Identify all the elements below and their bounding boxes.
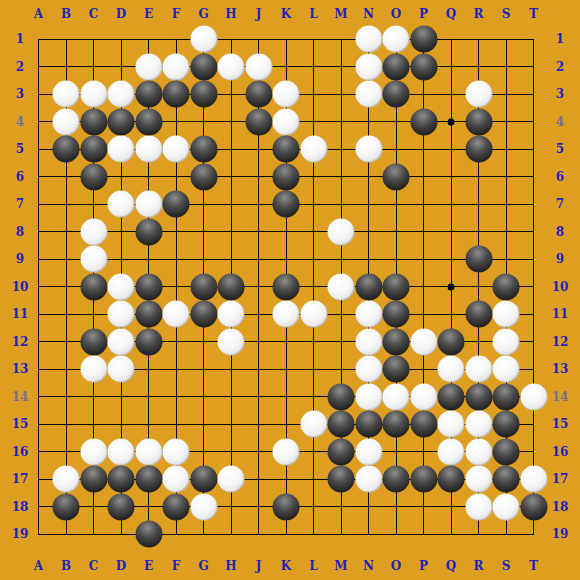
board-point-l16[interactable] [300, 438, 328, 466]
board-point-j17[interactable] [245, 465, 273, 493]
board-point-q19[interactable] [437, 520, 465, 548]
board-point-a19[interactable] [25, 520, 53, 548]
board-point-n6[interactable] [355, 163, 383, 191]
board-point-g6[interactable] [190, 163, 218, 191]
board-point-k15[interactable] [272, 410, 300, 438]
board-point-k16[interactable] [272, 438, 300, 466]
board-point-j11[interactable] [245, 300, 273, 328]
board-point-e2[interactable] [135, 53, 163, 81]
board-point-t9[interactable] [520, 245, 548, 273]
board-point-h9[interactable] [217, 245, 245, 273]
board-point-s7[interactable] [492, 190, 520, 218]
board-point-m1[interactable] [327, 25, 355, 53]
board-point-m2[interactable] [327, 53, 355, 81]
board-point-a12[interactable] [25, 328, 53, 356]
board-point-g11[interactable] [190, 300, 218, 328]
board-point-k3[interactable] [272, 80, 300, 108]
board-point-g18[interactable] [190, 493, 218, 521]
board-point-c7[interactable] [80, 190, 108, 218]
board-point-d14[interactable] [107, 383, 135, 411]
board-point-h7[interactable] [217, 190, 245, 218]
board-point-o6[interactable] [382, 163, 410, 191]
board-point-q8[interactable] [437, 218, 465, 246]
board-point-n19[interactable] [355, 520, 383, 548]
board-point-s13[interactable] [492, 355, 520, 383]
board-point-d1[interactable] [107, 25, 135, 53]
board-point-d6[interactable] [107, 163, 135, 191]
board-point-n1[interactable] [355, 25, 383, 53]
board-point-l4[interactable] [300, 108, 328, 136]
board-point-f2[interactable] [162, 53, 190, 81]
board-point-s1[interactable] [492, 25, 520, 53]
board-point-j2[interactable] [245, 53, 273, 81]
board-point-o3[interactable] [382, 80, 410, 108]
board-point-s19[interactable] [492, 520, 520, 548]
board-point-e9[interactable] [135, 245, 163, 273]
board-point-k14[interactable] [272, 383, 300, 411]
board-point-m19[interactable] [327, 520, 355, 548]
board-point-j3[interactable] [245, 80, 273, 108]
board-point-l7[interactable] [300, 190, 328, 218]
board-point-b6[interactable] [52, 163, 80, 191]
board-point-h17[interactable] [217, 465, 245, 493]
board-point-c11[interactable] [80, 300, 108, 328]
board-point-r4[interactable] [465, 108, 493, 136]
board-point-n14[interactable] [355, 383, 383, 411]
board-point-f16[interactable] [162, 438, 190, 466]
board-point-h3[interactable] [217, 80, 245, 108]
board-point-e6[interactable] [135, 163, 163, 191]
board-point-k11[interactable] [272, 300, 300, 328]
board-point-e1[interactable] [135, 25, 163, 53]
board-point-b19[interactable] [52, 520, 80, 548]
board-point-h1[interactable] [217, 25, 245, 53]
board-point-e3[interactable] [135, 80, 163, 108]
board-point-e13[interactable] [135, 355, 163, 383]
board-point-k13[interactable] [272, 355, 300, 383]
board-point-a8[interactable] [25, 218, 53, 246]
board-point-b13[interactable] [52, 355, 80, 383]
board-point-r10[interactable] [465, 273, 493, 301]
board-point-c18[interactable] [80, 493, 108, 521]
board-point-m10[interactable] [327, 273, 355, 301]
board-point-t15[interactable] [520, 410, 548, 438]
board-point-j1[interactable] [245, 25, 273, 53]
board-point-c9[interactable] [80, 245, 108, 273]
board-point-j19[interactable] [245, 520, 273, 548]
board-point-q18[interactable] [437, 493, 465, 521]
board-point-o2[interactable] [382, 53, 410, 81]
board-point-c14[interactable] [80, 383, 108, 411]
board-point-r1[interactable] [465, 25, 493, 53]
board-point-p18[interactable] [410, 493, 438, 521]
board-point-q10[interactable] [437, 273, 465, 301]
board-point-t19[interactable] [520, 520, 548, 548]
board-point-c1[interactable] [80, 25, 108, 53]
board-point-g4[interactable] [190, 108, 218, 136]
board-point-p17[interactable] [410, 465, 438, 493]
board-point-p7[interactable] [410, 190, 438, 218]
board-point-e14[interactable] [135, 383, 163, 411]
board-point-t4[interactable] [520, 108, 548, 136]
board-point-d11[interactable] [107, 300, 135, 328]
board-point-q9[interactable] [437, 245, 465, 273]
board-point-p11[interactable] [410, 300, 438, 328]
board-point-a13[interactable] [25, 355, 53, 383]
board-point-j8[interactable] [245, 218, 273, 246]
board-point-s14[interactable] [492, 383, 520, 411]
board-point-t13[interactable] [520, 355, 548, 383]
board-point-n15[interactable] [355, 410, 383, 438]
board-point-k7[interactable] [272, 190, 300, 218]
board-point-p16[interactable] [410, 438, 438, 466]
board-point-s18[interactable] [492, 493, 520, 521]
board-point-h18[interactable] [217, 493, 245, 521]
board-point-r17[interactable] [465, 465, 493, 493]
board-point-l17[interactable] [300, 465, 328, 493]
board-point-h14[interactable] [217, 383, 245, 411]
board-point-s3[interactable] [492, 80, 520, 108]
board-point-k17[interactable] [272, 465, 300, 493]
board-point-g15[interactable] [190, 410, 218, 438]
board-point-a1[interactable] [25, 25, 53, 53]
board-point-p3[interactable] [410, 80, 438, 108]
board-point-n2[interactable] [355, 53, 383, 81]
board-point-e11[interactable] [135, 300, 163, 328]
board-point-l10[interactable] [300, 273, 328, 301]
board-point-l18[interactable] [300, 493, 328, 521]
board-point-n4[interactable] [355, 108, 383, 136]
board-point-j6[interactable] [245, 163, 273, 191]
board-point-k8[interactable] [272, 218, 300, 246]
board-point-m9[interactable] [327, 245, 355, 273]
board-point-s2[interactable] [492, 53, 520, 81]
board-point-b7[interactable] [52, 190, 80, 218]
board-point-k10[interactable] [272, 273, 300, 301]
board-point-d8[interactable] [107, 218, 135, 246]
board-point-d16[interactable] [107, 438, 135, 466]
board-point-a7[interactable] [25, 190, 53, 218]
board-point-f17[interactable] [162, 465, 190, 493]
board-point-k9[interactable] [272, 245, 300, 273]
board-point-p8[interactable] [410, 218, 438, 246]
board-point-j7[interactable] [245, 190, 273, 218]
board-point-b4[interactable] [52, 108, 80, 136]
board-point-c17[interactable] [80, 465, 108, 493]
board-point-f3[interactable] [162, 80, 190, 108]
board-point-g2[interactable] [190, 53, 218, 81]
board-point-g1[interactable] [190, 25, 218, 53]
board-point-b15[interactable] [52, 410, 80, 438]
board-point-j15[interactable] [245, 410, 273, 438]
board-point-k19[interactable] [272, 520, 300, 548]
board-point-e17[interactable] [135, 465, 163, 493]
board-point-b12[interactable] [52, 328, 80, 356]
board-point-l15[interactable] [300, 410, 328, 438]
board-point-k18[interactable] [272, 493, 300, 521]
board-point-r6[interactable] [465, 163, 493, 191]
board-point-a4[interactable] [25, 108, 53, 136]
board-point-j18[interactable] [245, 493, 273, 521]
board-point-e19[interactable] [135, 520, 163, 548]
board-point-b9[interactable] [52, 245, 80, 273]
board-point-e18[interactable] [135, 493, 163, 521]
board-point-c13[interactable] [80, 355, 108, 383]
board-point-p10[interactable] [410, 273, 438, 301]
board-point-t18[interactable] [520, 493, 548, 521]
board-point-f8[interactable] [162, 218, 190, 246]
board-point-g14[interactable] [190, 383, 218, 411]
board-point-k6[interactable] [272, 163, 300, 191]
board-point-p6[interactable] [410, 163, 438, 191]
board-point-n11[interactable] [355, 300, 383, 328]
board-point-s10[interactable] [492, 273, 520, 301]
board-point-n16[interactable] [355, 438, 383, 466]
board-point-f5[interactable] [162, 135, 190, 163]
board-point-n5[interactable] [355, 135, 383, 163]
board-point-h2[interactable] [217, 53, 245, 81]
board-point-a2[interactable] [25, 53, 53, 81]
board-point-r16[interactable] [465, 438, 493, 466]
board-point-f7[interactable] [162, 190, 190, 218]
board-point-d3[interactable] [107, 80, 135, 108]
board-point-b8[interactable] [52, 218, 80, 246]
board-point-h13[interactable] [217, 355, 245, 383]
board-point-k5[interactable] [272, 135, 300, 163]
board-point-q12[interactable] [437, 328, 465, 356]
board-point-m4[interactable] [327, 108, 355, 136]
board-point-m17[interactable] [327, 465, 355, 493]
board-point-r11[interactable] [465, 300, 493, 328]
board-point-e7[interactable] [135, 190, 163, 218]
board-point-r19[interactable] [465, 520, 493, 548]
board-point-g5[interactable] [190, 135, 218, 163]
board-point-q3[interactable] [437, 80, 465, 108]
board-point-g16[interactable] [190, 438, 218, 466]
board-point-r5[interactable] [465, 135, 493, 163]
board-point-d17[interactable] [107, 465, 135, 493]
board-point-r12[interactable] [465, 328, 493, 356]
board-point-f10[interactable] [162, 273, 190, 301]
board-point-p12[interactable] [410, 328, 438, 356]
board-point-n3[interactable] [355, 80, 383, 108]
board-point-b10[interactable] [52, 273, 80, 301]
board-point-f4[interactable] [162, 108, 190, 136]
board-point-l1[interactable] [300, 25, 328, 53]
board-point-f11[interactable] [162, 300, 190, 328]
board-point-t10[interactable] [520, 273, 548, 301]
board-point-d2[interactable] [107, 53, 135, 81]
board-point-s9[interactable] [492, 245, 520, 273]
board-point-o9[interactable] [382, 245, 410, 273]
board-point-h11[interactable] [217, 300, 245, 328]
board-point-m16[interactable] [327, 438, 355, 466]
board-point-s12[interactable] [492, 328, 520, 356]
board-point-f9[interactable] [162, 245, 190, 273]
board-point-f19[interactable] [162, 520, 190, 548]
board-point-q13[interactable] [437, 355, 465, 383]
board-point-a18[interactable] [25, 493, 53, 521]
board-point-o8[interactable] [382, 218, 410, 246]
board-point-h4[interactable] [217, 108, 245, 136]
board-point-j16[interactable] [245, 438, 273, 466]
board-point-l8[interactable] [300, 218, 328, 246]
board-point-c6[interactable] [80, 163, 108, 191]
board-point-h16[interactable] [217, 438, 245, 466]
board-point-n13[interactable] [355, 355, 383, 383]
board-point-e8[interactable] [135, 218, 163, 246]
board-point-n9[interactable] [355, 245, 383, 273]
board-point-j14[interactable] [245, 383, 273, 411]
board-point-f18[interactable] [162, 493, 190, 521]
board-point-j9[interactable] [245, 245, 273, 273]
board-point-d13[interactable] [107, 355, 135, 383]
board-point-o19[interactable] [382, 520, 410, 548]
board-point-l3[interactable] [300, 80, 328, 108]
board-point-p13[interactable] [410, 355, 438, 383]
board-point-e12[interactable] [135, 328, 163, 356]
board-point-t8[interactable] [520, 218, 548, 246]
board-point-b14[interactable] [52, 383, 80, 411]
board-point-t7[interactable] [520, 190, 548, 218]
board-point-n8[interactable] [355, 218, 383, 246]
board-point-d15[interactable] [107, 410, 135, 438]
board-point-g8[interactable] [190, 218, 218, 246]
board-point-a9[interactable] [25, 245, 53, 273]
board-point-g10[interactable] [190, 273, 218, 301]
board-point-c16[interactable] [80, 438, 108, 466]
board-point-a5[interactable] [25, 135, 53, 163]
board-point-n10[interactable] [355, 273, 383, 301]
board-point-m7[interactable] [327, 190, 355, 218]
board-point-a3[interactable] [25, 80, 53, 108]
board-point-q5[interactable] [437, 135, 465, 163]
board-point-a6[interactable] [25, 163, 53, 191]
board-point-s8[interactable] [492, 218, 520, 246]
board-point-j12[interactable] [245, 328, 273, 356]
board-point-a14[interactable] [25, 383, 53, 411]
board-point-m18[interactable] [327, 493, 355, 521]
board-point-t17[interactable] [520, 465, 548, 493]
board-point-l5[interactable] [300, 135, 328, 163]
board-point-s11[interactable] [492, 300, 520, 328]
board-point-o14[interactable] [382, 383, 410, 411]
board-point-m14[interactable] [327, 383, 355, 411]
board-point-h15[interactable] [217, 410, 245, 438]
board-point-s5[interactable] [492, 135, 520, 163]
board-point-h12[interactable] [217, 328, 245, 356]
board-point-c12[interactable] [80, 328, 108, 356]
board-point-l11[interactable] [300, 300, 328, 328]
board-point-t1[interactable] [520, 25, 548, 53]
board-point-d4[interactable] [107, 108, 135, 136]
board-point-q1[interactable] [437, 25, 465, 53]
board-point-m5[interactable] [327, 135, 355, 163]
board-point-j10[interactable] [245, 273, 273, 301]
board-point-g13[interactable] [190, 355, 218, 383]
board-point-s16[interactable] [492, 438, 520, 466]
board-point-g9[interactable] [190, 245, 218, 273]
board-point-r14[interactable] [465, 383, 493, 411]
board-point-o1[interactable] [382, 25, 410, 53]
board-point-e4[interactable] [135, 108, 163, 136]
board-point-l19[interactable] [300, 520, 328, 548]
board-point-o13[interactable] [382, 355, 410, 383]
board-point-o10[interactable] [382, 273, 410, 301]
board-point-k12[interactable] [272, 328, 300, 356]
board-point-n7[interactable] [355, 190, 383, 218]
board-point-g19[interactable] [190, 520, 218, 548]
board-point-a10[interactable] [25, 273, 53, 301]
board-point-t14[interactable] [520, 383, 548, 411]
board-point-t12[interactable] [520, 328, 548, 356]
board-point-d9[interactable] [107, 245, 135, 273]
board-point-s17[interactable] [492, 465, 520, 493]
board-point-e10[interactable] [135, 273, 163, 301]
board-point-s15[interactable] [492, 410, 520, 438]
board-point-f13[interactable] [162, 355, 190, 383]
board-point-c8[interactable] [80, 218, 108, 246]
board-point-l13[interactable] [300, 355, 328, 383]
board-point-l6[interactable] [300, 163, 328, 191]
board-point-d5[interactable] [107, 135, 135, 163]
board-point-c19[interactable] [80, 520, 108, 548]
board-point-d7[interactable] [107, 190, 135, 218]
board-point-o7[interactable] [382, 190, 410, 218]
board-point-s4[interactable] [492, 108, 520, 136]
board-point-h10[interactable] [217, 273, 245, 301]
board-point-q7[interactable] [437, 190, 465, 218]
board-point-r15[interactable] [465, 410, 493, 438]
board-point-f6[interactable] [162, 163, 190, 191]
board-point-m6[interactable] [327, 163, 355, 191]
board-point-d12[interactable] [107, 328, 135, 356]
board-point-q14[interactable] [437, 383, 465, 411]
board-point-m12[interactable] [327, 328, 355, 356]
board-point-a17[interactable] [25, 465, 53, 493]
board-point-o18[interactable] [382, 493, 410, 521]
board-point-o4[interactable] [382, 108, 410, 136]
board-point-g7[interactable] [190, 190, 218, 218]
board-point-b11[interactable] [52, 300, 80, 328]
board-point-b1[interactable] [52, 25, 80, 53]
board-point-f15[interactable] [162, 410, 190, 438]
board-point-a15[interactable] [25, 410, 53, 438]
board-point-d10[interactable] [107, 273, 135, 301]
board-point-t2[interactable] [520, 53, 548, 81]
board-point-m13[interactable] [327, 355, 355, 383]
board-point-l9[interactable] [300, 245, 328, 273]
board-point-r3[interactable] [465, 80, 493, 108]
board-point-n12[interactable] [355, 328, 383, 356]
board-point-o17[interactable] [382, 465, 410, 493]
board-point-f12[interactable] [162, 328, 190, 356]
board-point-h19[interactable] [217, 520, 245, 548]
board-point-p19[interactable] [410, 520, 438, 548]
board-point-c15[interactable] [80, 410, 108, 438]
board-point-o11[interactable] [382, 300, 410, 328]
board-point-b2[interactable] [52, 53, 80, 81]
board-point-r13[interactable] [465, 355, 493, 383]
board-point-g12[interactable] [190, 328, 218, 356]
board-point-c3[interactable] [80, 80, 108, 108]
board-point-k4[interactable] [272, 108, 300, 136]
board-point-p9[interactable] [410, 245, 438, 273]
board-point-o15[interactable] [382, 410, 410, 438]
board-point-b17[interactable] [52, 465, 80, 493]
board-point-s6[interactable] [492, 163, 520, 191]
board-point-h6[interactable] [217, 163, 245, 191]
